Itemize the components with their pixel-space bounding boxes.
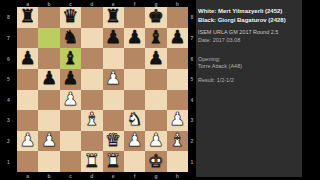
date-line: Date: 2017.03.08 [198, 37, 300, 43]
square-a1[interactable] [17, 151, 38, 172]
black-rook-e8: ♜ [105, 7, 121, 25]
square-c5[interactable]: ♟ [60, 69, 81, 90]
file-label-a: a [17, 0, 38, 7]
square-h3[interactable]: ♟ [167, 110, 188, 131]
square-h4[interactable] [167, 90, 188, 111]
rank-label-2: 2 [0, 131, 17, 152]
rank-label-3: 3 [188, 110, 196, 131]
white-pawn-c4: ♟ [62, 90, 78, 108]
file-label-f: f [124, 172, 145, 180]
result-line: Result: 1/2-1/2 [198, 77, 300, 83]
rank-label-3: 3 [0, 110, 17, 131]
square-d8[interactable] [81, 7, 102, 28]
square-b3[interactable] [38, 110, 59, 131]
square-c7[interactable]: ♞ [60, 28, 81, 49]
chess-video-frame: abcdefgh 87654321 87654321 abcdefgh ♜♛♜♚… [0, 0, 320, 180]
file-label-b: b [38, 0, 59, 7]
file-labels-bottom: abcdefgh [17, 172, 188, 180]
square-e5[interactable]: ♟ [103, 69, 124, 90]
square-e8[interactable]: ♜ [103, 7, 124, 28]
black-queen-c8: ♛ [62, 7, 78, 25]
black-pawn-e7: ♟ [105, 28, 121, 46]
black-bishop-c6: ♝ [62, 49, 78, 67]
black-pawn-b5: ♟ [41, 69, 57, 87]
square-e7[interactable]: ♟ [103, 28, 124, 49]
square-b5[interactable]: ♟ [38, 69, 59, 90]
square-e3[interactable] [103, 110, 124, 131]
white-rook-d1: ♜ [84, 152, 100, 170]
file-labels-top: abcdefgh [17, 0, 188, 7]
square-b8[interactable] [38, 7, 59, 28]
square-c3[interactable] [60, 110, 81, 131]
square-d7[interactable] [81, 28, 102, 49]
square-c1[interactable] [60, 151, 81, 172]
square-d6[interactable] [81, 48, 102, 69]
square-e4[interactable] [103, 90, 124, 111]
square-h8[interactable] [167, 7, 188, 28]
black-pawn-h7: ♟ [169, 28, 185, 46]
black-knight-c7: ♞ [62, 28, 78, 46]
square-d5[interactable] [81, 69, 102, 90]
square-g1[interactable]: ♚ [145, 151, 166, 172]
opening-name: Torre Attack (A48) [198, 63, 300, 69]
square-h7[interactable]: ♟ [167, 28, 188, 49]
file-label-e: e [103, 0, 124, 7]
square-f3[interactable]: ♞ [124, 110, 145, 131]
white-pawn-g2: ♟ [148, 131, 164, 149]
square-d1[interactable]: ♜ [81, 151, 102, 172]
square-c2[interactable] [60, 131, 81, 152]
square-g5[interactable] [145, 69, 166, 90]
square-d4[interactable] [81, 90, 102, 111]
black-pawn-a6: ♟ [20, 49, 36, 67]
black-pawn-f7: ♟ [126, 28, 142, 46]
square-e2[interactable]: ♛ [103, 131, 124, 152]
black-player-line: Black: Giorgi Bagaturov (2428) [198, 17, 300, 23]
square-b2[interactable]: ♟ [38, 131, 59, 152]
square-g6[interactable]: ♟ [145, 48, 166, 69]
square-f4[interactable] [124, 90, 145, 111]
square-f7[interactable]: ♟ [124, 28, 145, 49]
square-f5[interactable] [124, 69, 145, 90]
square-a8[interactable]: ♜ [17, 7, 38, 28]
square-c6[interactable]: ♝ [60, 48, 81, 69]
opening-label: Opening: [198, 56, 300, 62]
file-label-d: d [81, 172, 102, 180]
square-h5[interactable] [167, 69, 188, 90]
square-f2[interactable]: ♟ [124, 131, 145, 152]
square-g3[interactable] [145, 110, 166, 131]
square-d2[interactable] [81, 131, 102, 152]
square-g7[interactable]: ♝ [145, 28, 166, 49]
rank-label-7: 7 [188, 28, 196, 49]
square-b4[interactable] [38, 90, 59, 111]
square-c4[interactable]: ♟ [60, 90, 81, 111]
file-label-b: b [38, 172, 59, 180]
black-rook-a8: ♜ [20, 7, 36, 25]
file-label-d: d [81, 0, 102, 7]
white-pawn-a2: ♟ [20, 131, 36, 149]
file-label-g: g [145, 172, 166, 180]
white-pawn-b2: ♟ [41, 131, 57, 149]
file-label-h: h [167, 172, 188, 180]
file-label-h: h [167, 0, 188, 7]
rank-label-1: 1 [0, 151, 17, 172]
board: ♜♛♜♚♞♟♟♝♟♟♝♟♟♟♟♟♝♞♟♟♟♛♟♟♝♜♜♚ [17, 7, 188, 172]
square-a5[interactable] [17, 69, 38, 90]
file-label-g: g [145, 0, 166, 7]
rank-label-7: 7 [0, 28, 17, 49]
rank-label-5: 5 [188, 69, 196, 90]
square-h2[interactable]: ♝ [167, 131, 188, 152]
square-b1[interactable] [38, 151, 59, 172]
white-bishop-d3: ♝ [84, 110, 100, 128]
rank-label-6: 6 [188, 48, 196, 69]
square-h6[interactable] [167, 48, 188, 69]
black-king-g8: ♚ [148, 7, 164, 25]
file-label-f: f [124, 0, 145, 7]
black-pawn-c5: ♟ [62, 69, 78, 87]
info-panel: White: Mert Yilmazyerli (2452) Black: Gi… [196, 0, 302, 177]
file-label-c: c [60, 172, 81, 180]
square-e1[interactable]: ♜ [103, 151, 124, 172]
white-rook-e1: ♜ [105, 152, 121, 170]
rank-label-8: 8 [188, 7, 196, 28]
white-pawn-f2: ♟ [126, 131, 142, 149]
rank-label-4: 4 [0, 90, 17, 111]
event-line: ISEM URLA GM 2017 Round 2.5 [198, 29, 300, 35]
file-label-c: c [60, 0, 81, 7]
square-g8[interactable]: ♚ [145, 7, 166, 28]
rank-label-6: 6 [0, 48, 17, 69]
black-bishop-g7: ♝ [148, 28, 164, 46]
square-f6[interactable] [124, 48, 145, 69]
white-pawn-e5: ♟ [105, 69, 121, 87]
square-a7[interactable] [17, 28, 38, 49]
file-label-a: a [17, 172, 38, 180]
square-f1[interactable] [124, 151, 145, 172]
square-a6[interactable]: ♟ [17, 48, 38, 69]
black-pawn-g6: ♟ [148, 49, 164, 67]
square-h1[interactable] [167, 151, 188, 172]
square-g4[interactable] [145, 90, 166, 111]
square-g2[interactable]: ♟ [145, 131, 166, 152]
square-f8[interactable] [124, 7, 145, 28]
rank-label-5: 5 [0, 69, 17, 90]
white-knight-f3: ♞ [126, 110, 142, 128]
square-b7[interactable] [38, 28, 59, 49]
white-king-g1: ♚ [148, 152, 164, 170]
square-a4[interactable] [17, 90, 38, 111]
rank-label-4: 4 [188, 90, 196, 111]
rank-label-8: 8 [0, 7, 17, 28]
rank-label-2: 2 [188, 131, 196, 152]
square-b6[interactable] [38, 48, 59, 69]
square-a3[interactable] [17, 110, 38, 131]
white-player-line: White: Mert Yilmazyerli (2452) [198, 8, 300, 14]
rank-labels-left: 87654321 [0, 7, 17, 172]
square-e6[interactable] [103, 48, 124, 69]
rank-labels-right: 87654321 [188, 7, 196, 172]
square-a2[interactable]: ♟ [17, 131, 38, 152]
square-c8[interactable]: ♛ [60, 7, 81, 28]
rank-label-1: 1 [188, 151, 196, 172]
white-bishop-h2: ♝ [169, 131, 185, 149]
white-queen-e2: ♛ [105, 131, 121, 149]
file-label-e: e [103, 172, 124, 180]
white-pawn-h3: ♟ [169, 110, 185, 128]
square-d3[interactable]: ♝ [81, 110, 102, 131]
